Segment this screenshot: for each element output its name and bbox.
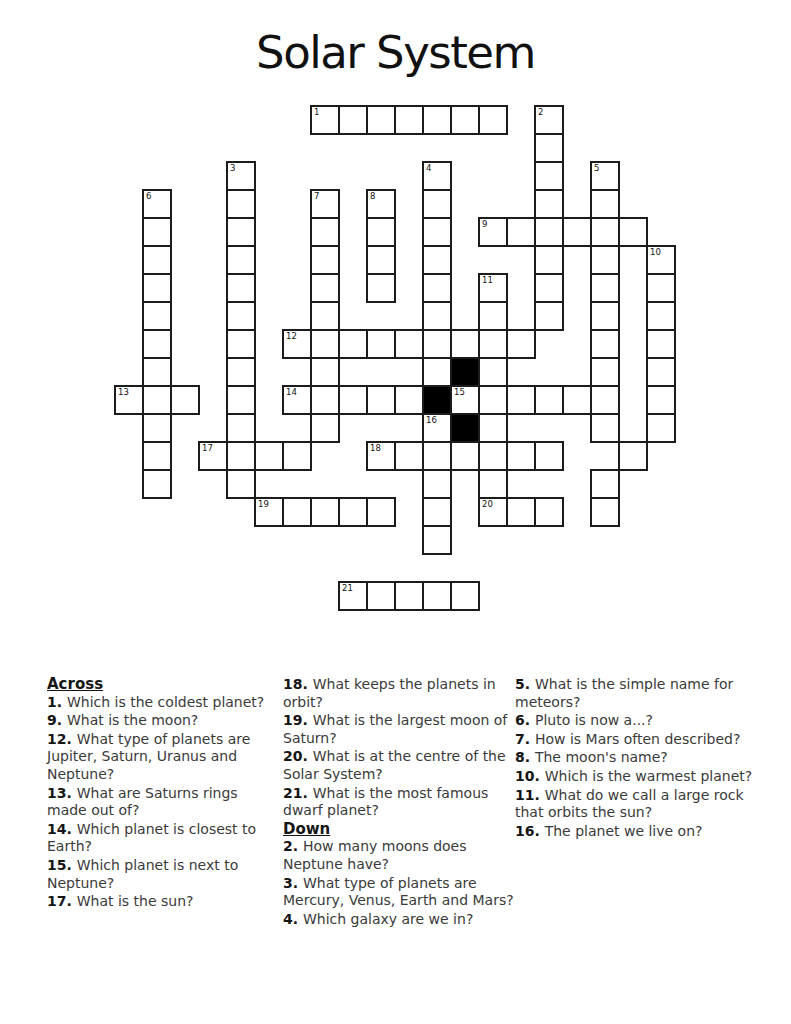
grid-cell [646,385,676,415]
grid-cell: 21 [338,581,368,611]
clue-number: 20. [283,748,313,764]
black-cell [450,357,480,387]
grid-cell [226,189,256,219]
grid-cell [254,441,284,471]
grid-cell [450,329,480,359]
grid-cell [142,245,172,275]
grid-cell [562,217,592,247]
cell-number: 18 [370,443,381,453]
clue-21: 21. What is the most famous dwarf planet… [283,785,514,820]
grid-cell: 4 [422,161,452,191]
cell-number: 14 [286,387,297,397]
grid-cell [422,441,452,471]
grid-cell [590,301,620,331]
grid-cell [142,217,172,247]
grid-cell [366,217,396,247]
grid-cell: 14 [282,385,312,415]
grid-cell [478,441,508,471]
grid-cell [534,385,564,415]
grid-cell [338,385,368,415]
cell-number: 2 [538,107,543,117]
clue-18: 18. What keeps the planets in orbit? [283,676,514,711]
grid-cell [394,105,424,135]
clue-number: 4. [283,911,303,927]
grid-cell [310,245,340,275]
grid-cell [450,441,480,471]
cell-number: 20 [482,499,493,509]
grid-cell [506,385,536,415]
grid-cell [310,413,340,443]
grid-cell [282,441,312,471]
grid-cell [422,357,452,387]
grid-cell [646,357,676,387]
grid-cell [590,217,620,247]
clue-16: 16. The planet we live on? [515,823,758,841]
clue-13: 13. What are Saturns rings made out of? [47,785,275,820]
grid-cell [478,105,508,135]
grid-cell [506,497,536,527]
grid-cell [226,357,256,387]
clue-number: 13. [47,785,77,801]
grid-cell [366,385,396,415]
clue-number: 14. [47,821,77,837]
clue-15: 15. Which planet is next to Neptune? [47,857,275,892]
clue-14: 14. Which planet is closest to Earth? [47,821,275,856]
grid-cell [590,189,620,219]
grid-cell [310,301,340,331]
grid-cell [142,441,172,471]
grid-cell: 13 [114,385,144,415]
grid-cell [366,497,396,527]
grid-cell [534,133,564,163]
clue-column-1: Across1. Which is the coldest planet?9. … [47,676,275,912]
grid-cell [534,161,564,191]
clue-12: 12. What type of planets are Jupiter, Sa… [47,731,275,784]
grid-cell [422,469,452,499]
grid-cell [142,385,172,415]
grid-cell: 1 [310,105,340,135]
grid-cell [646,329,676,359]
clue-1: 1. Which is the coldest planet? [47,694,275,712]
cell-number: 6 [146,191,151,201]
grid-cell [422,525,452,555]
cell-number: 11 [482,275,493,285]
grid-cell [394,581,424,611]
clue-number: 16. [515,823,545,839]
clue-number: 5. [515,676,535,692]
grid-cell [534,441,564,471]
clue-7: 7. How is Mars often described? [515,731,758,749]
clue-10: 10. Which is the warmest planet? [515,768,758,786]
grid-cell [226,385,256,415]
grid-cell [226,273,256,303]
cell-number: 17 [202,443,213,453]
grid-cell [590,357,620,387]
cell-number: 9 [482,219,487,229]
grid-cell [534,189,564,219]
grid-cell [450,581,480,611]
grid-cell: 12 [282,329,312,359]
grid-cell [226,301,256,331]
grid-cell: 10 [646,245,676,275]
clue-4: 4. Which galaxy are we in? [283,911,514,929]
grid-cell [590,469,620,499]
grid-cell [646,301,676,331]
grid-cell [422,217,452,247]
grid-cell [422,105,452,135]
grid-cell [478,469,508,499]
black-cell [422,385,452,415]
grid-cell [422,497,452,527]
grid-cell: 9 [478,217,508,247]
grid-cell: 6 [142,189,172,219]
grid-cell [590,385,620,415]
clue-19: 19. What is the largest moon of Saturn? [283,712,514,747]
clue-20: 20. What is at the centre of the Solar S… [283,748,514,783]
grid-cell [282,497,312,527]
clue-number: 3. [283,875,303,891]
clue-number: 21. [283,785,313,801]
grid-cell [338,497,368,527]
clue-section-header-across: Across [47,676,275,694]
grid-cell [310,217,340,247]
grid-cell: 11 [478,273,508,303]
clue-number: 15. [47,857,77,873]
cell-number: 1 [314,107,319,117]
cell-number: 19 [258,499,269,509]
grid-cell [590,273,620,303]
clue-number: 11. [515,787,545,803]
cell-number: 10 [650,247,661,257]
crossword-page: Solar System 123456789101112131415161718… [0,0,791,1024]
cell-number: 15 [454,387,465,397]
clue-section-header-down: Down [283,821,514,839]
grid-cell [142,357,172,387]
grid-cell [366,245,396,275]
grid-cell: 5 [590,161,620,191]
clue-17: 17. What is the sun? [47,893,275,911]
grid-cell [226,217,256,247]
grid-cell [338,105,368,135]
grid-cell [142,301,172,331]
clue-number: 10. [515,768,545,784]
grid-cell [142,273,172,303]
grid-cell [534,273,564,303]
page-title: Solar System [0,26,791,79]
cell-number: 8 [370,191,375,201]
grid-cell [478,385,508,415]
grid-cell [226,441,256,471]
black-cell [450,413,480,443]
clue-number: 12. [47,731,77,747]
clue-number: 18. [283,676,313,692]
grid-cell [506,441,536,471]
grid-cell [226,413,256,443]
cell-number: 7 [314,191,319,201]
grid-cell: 3 [226,161,256,191]
clue-number: 6. [515,712,535,728]
grid-cell: 8 [366,189,396,219]
grid-cell [478,357,508,387]
clue-number: 7. [515,731,535,747]
clue-9: 9. What is the moon? [47,712,275,730]
grid-cell [618,217,648,247]
grid-cell [366,329,396,359]
clue-number: 2. [283,838,303,854]
grid-cell [422,329,452,359]
clue-number: 19. [283,712,313,728]
clue-6: 6. Pluto is now a...? [515,712,758,730]
grid-cell [310,385,340,415]
grid-cell [310,329,340,359]
cell-number: 13 [118,387,129,397]
grid-cell [646,273,676,303]
cell-number: 3 [230,163,235,173]
grid-cell [506,217,536,247]
grid-cell [422,273,452,303]
grid-cell [310,273,340,303]
grid-cell: 16 [422,413,452,443]
clue-column-3: 5. What is the simple name for meteors?6… [515,676,758,841]
grid-cell [534,245,564,275]
cell-number: 12 [286,331,297,341]
grid-cell [646,413,676,443]
grid-cell [226,329,256,359]
grid-cell [534,301,564,331]
clue-11: 11. What do we call a large rock that or… [515,787,758,822]
grid-cell: 20 [478,497,508,527]
grid-cell [366,581,396,611]
grid-cell [310,497,340,527]
grid-cell: 15 [450,385,480,415]
grid-cell [590,329,620,359]
clue-number: 1. [47,694,67,710]
clue-column-2: 18. What keeps the planets in orbit?19. … [283,676,514,929]
grid-cell [534,497,564,527]
clue-number: 17. [47,893,77,909]
clue-2: 2. How many moons does Neptune have? [283,838,514,873]
crossword-grid: 123456789101112131415161718192021 [114,105,676,611]
grid-cell [590,413,620,443]
cell-number: 5 [594,163,599,173]
grid-cell [478,413,508,443]
clue-5: 5. What is the simple name for meteors? [515,676,758,711]
grid-cell [450,105,480,135]
grid-cell [226,469,256,499]
grid-cell [366,273,396,303]
grid-cell [422,301,452,331]
grid-cell [534,217,564,247]
grid-cell: 7 [310,189,340,219]
grid-cell [590,497,620,527]
grid-cell [422,245,452,275]
cell-number: 21 [342,583,353,593]
grid-cell [310,357,340,387]
grid-cell [142,469,172,499]
clue-number: 8. [515,749,535,765]
grid-cell [366,105,396,135]
grid-cell [618,441,648,471]
clue-number: 9. [47,712,67,728]
grid-cell [590,245,620,275]
grid-cell [422,189,452,219]
grid-cell [142,329,172,359]
grid-cell [226,245,256,275]
grid-cell [394,329,424,359]
grid-cell [478,301,508,331]
grid-cell: 19 [254,497,284,527]
grid-cell [506,329,536,359]
grid-cell [394,385,424,415]
cell-number: 16 [426,415,437,425]
grid-cell: 2 [534,105,564,135]
grid-cell [422,581,452,611]
grid-cell: 17 [198,441,228,471]
grid-cell [562,385,592,415]
grid-cell [394,441,424,471]
grid-cell [478,329,508,359]
clue-8: 8. The moon's name? [515,749,758,767]
grid-cell: 18 [366,441,396,471]
cell-number: 4 [426,163,431,173]
grid-cell [338,329,368,359]
clue-3: 3. What type of planets are Mercury, Ven… [283,875,514,910]
grid-cell [142,413,172,443]
grid-cell [170,385,200,415]
